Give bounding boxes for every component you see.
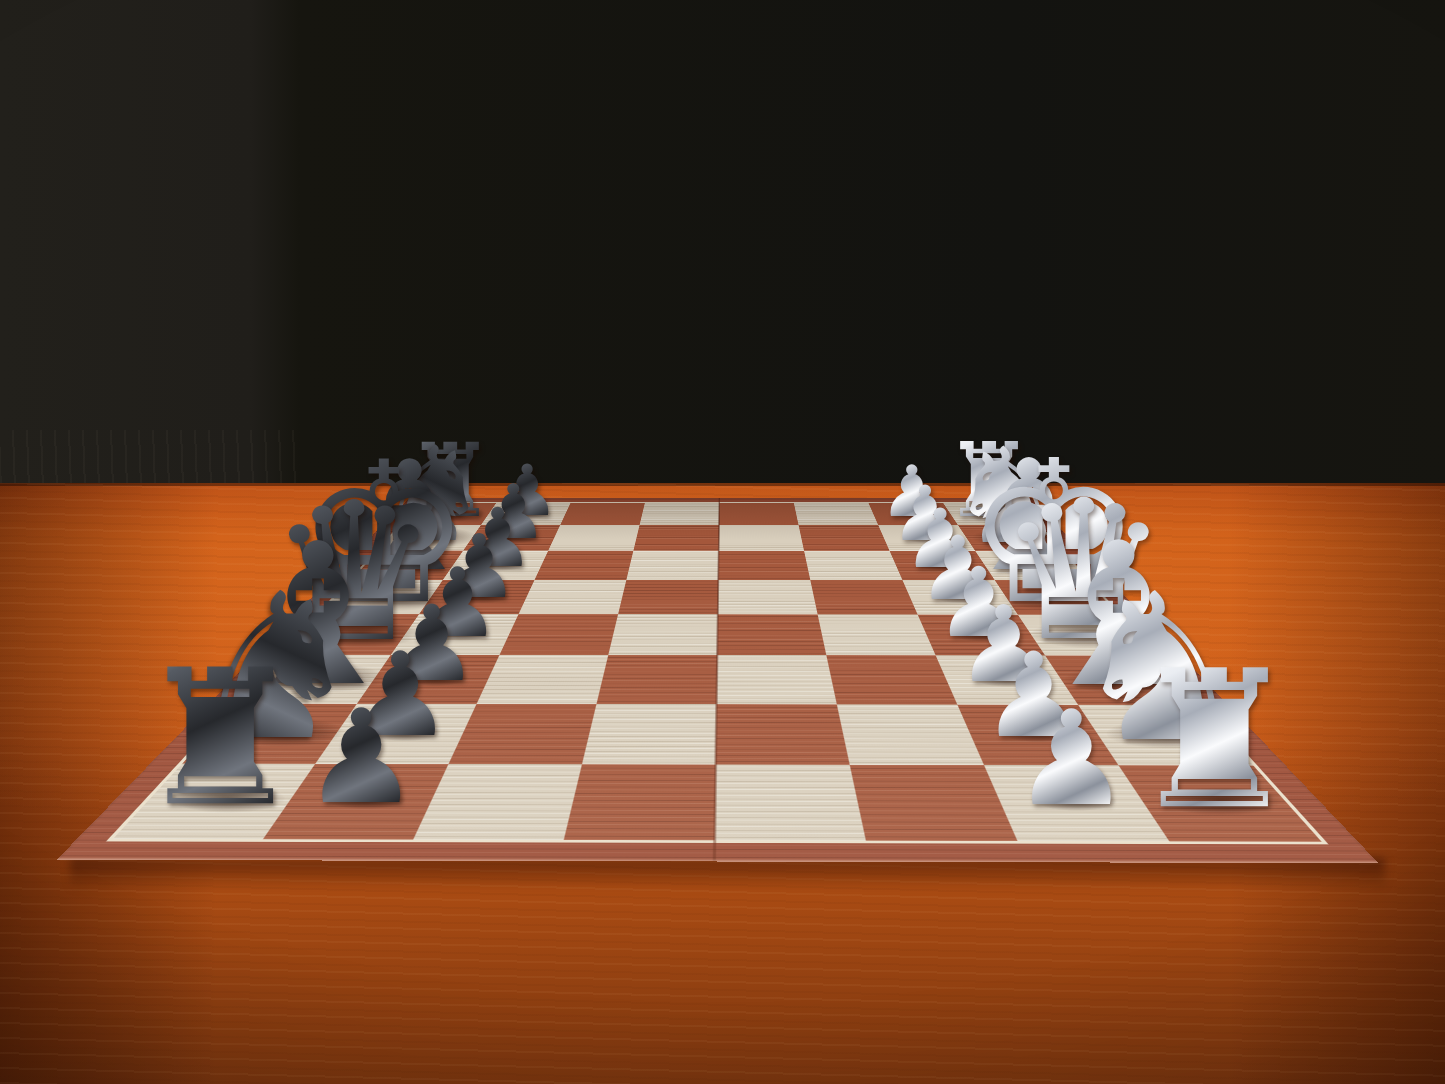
white-rook-a1: ♜ [1129,645,1300,835]
chess-pieces-layer: ♜♞♝♛♚♝♞♜♟♟♟♟♟♟♟♟♟♟♟♟♟♟♟♟♜♞♝♛♚♝♞♜ [0,0,1445,1084]
black-rook-a8: ♜ [136,645,304,832]
black-pawn-a7: ♟ [303,693,420,823]
photo-scene: ♜♞♝♛♚♝♞♜♟♟♟♟♟♟♟♟♟♟♟♟♟♟♟♟♜♞♝♛♚♝♞♜ [0,0,1445,1084]
white-pawn-a2: ♟ [1012,693,1130,824]
